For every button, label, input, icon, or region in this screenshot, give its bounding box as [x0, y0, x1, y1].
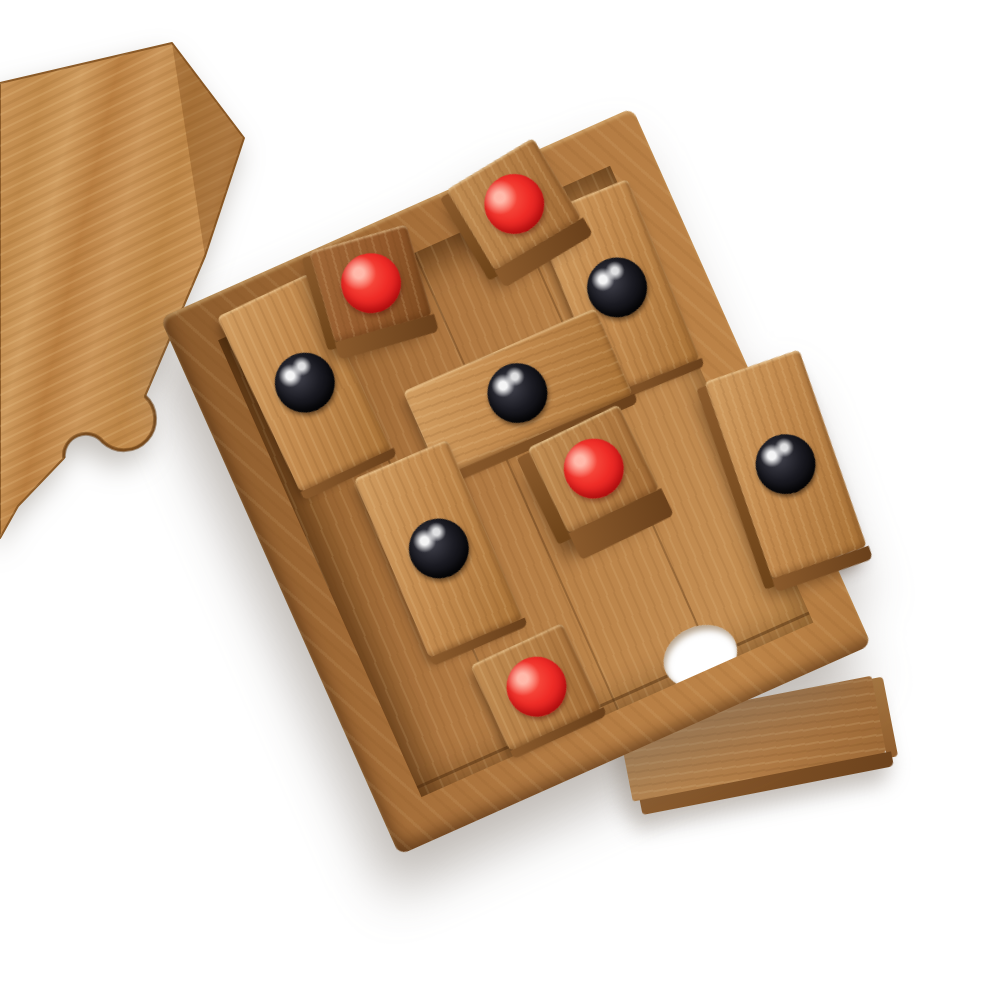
- puzzle-piece-S4[interactable]: [446, 138, 581, 271]
- red-dot-marker: [334, 246, 408, 320]
- pieces-grid: [218, 166, 813, 797]
- puzzle-piece-S3[interactable]: [471, 623, 602, 751]
- red-dot-marker: [553, 429, 633, 509]
- black-dot-marker: [399, 509, 478, 588]
- red-dot-marker: [473, 163, 555, 245]
- puzzle-piece-V4[interactable]: [704, 350, 866, 579]
- product-photo-scene: [0, 0, 1000, 1000]
- puzzle-piece-V3[interactable]: [354, 439, 523, 657]
- black-dot-marker: [478, 353, 557, 432]
- red-dot-marker: [497, 647, 577, 727]
- black-dot-marker: [264, 343, 344, 423]
- box-lid[interactable]: [0, 28, 250, 548]
- puzzle-piece-S1[interactable]: [309, 224, 432, 342]
- black-dot-marker: [747, 426, 823, 502]
